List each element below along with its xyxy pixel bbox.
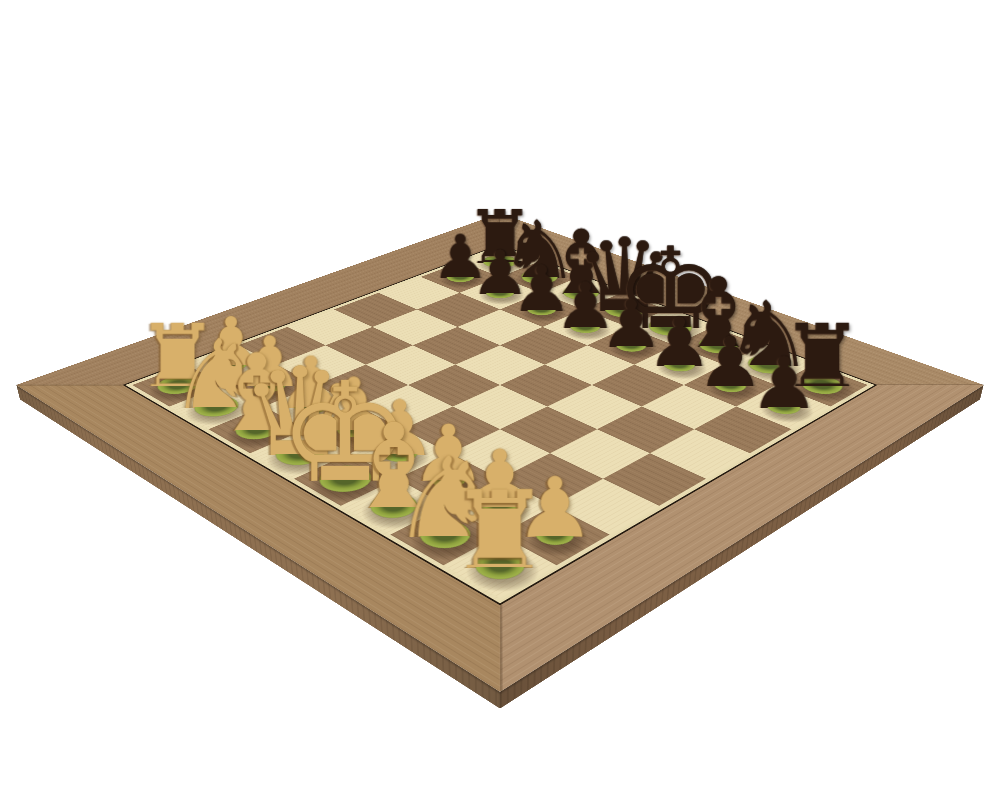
- white-rook-glyph: ♜: [407, 466, 592, 565]
- chess-board: ♜♞♟♝♟♛♟♚♟♝♟♞♟♟♜♟♟♜♟♟♞♟♝♟♛♟♚♟♝♟♞♜: [16, 213, 983, 691]
- product-photo-scene: ♜♞♟♝♟♛♟♚♟♝♟♞♟♟♜♟♟♜♟♟♞♟♝♟♛♟♚♟♝♟♞♜: [0, 0, 1000, 800]
- black-pawn-glyph: ♟: [707, 339, 861, 406]
- board-top-face: ♜♞♟♝♟♛♟♚♟♝♟♞♟♟♜♟♟♜♟♟♞♟♝♟♛♟♚♟♝♟♞♜: [16, 213, 983, 691]
- mitre-joint-near: [500, 604, 503, 691]
